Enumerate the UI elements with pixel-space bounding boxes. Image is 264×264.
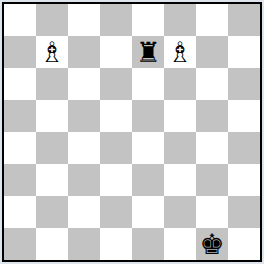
- white-bishop-f7: ♗: [167, 37, 192, 68]
- square-d1[interactable]: [100, 228, 132, 260]
- square-e2[interactable]: [132, 196, 164, 228]
- square-c6[interactable]: [68, 68, 100, 100]
- square-b1[interactable]: [36, 228, 68, 260]
- square-g8[interactable]: [196, 4, 228, 36]
- square-b3[interactable]: [36, 164, 68, 196]
- square-e8[interactable]: [132, 4, 164, 36]
- square-h4[interactable]: [228, 132, 260, 164]
- square-g5[interactable]: [196, 100, 228, 132]
- square-g2[interactable]: [196, 196, 228, 228]
- square-g7[interactable]: [196, 36, 228, 68]
- square-b5[interactable]: [36, 100, 68, 132]
- square-h8[interactable]: [228, 4, 260, 36]
- square-c8[interactable]: [68, 4, 100, 36]
- chess-diagram-frame: ♗♜♗♚: [0, 0, 264, 264]
- square-e5[interactable]: [132, 100, 164, 132]
- square-f5[interactable]: [164, 100, 196, 132]
- square-g3[interactable]: [196, 164, 228, 196]
- square-a4[interactable]: [4, 132, 36, 164]
- square-g4[interactable]: [196, 132, 228, 164]
- square-c7[interactable]: [68, 36, 100, 68]
- square-c1[interactable]: [68, 228, 100, 260]
- square-f7[interactable]: ♗: [164, 36, 196, 68]
- black-king-g1: ♚: [199, 229, 224, 260]
- square-f6[interactable]: [164, 68, 196, 100]
- black-rook-e7: ♜: [135, 37, 160, 68]
- square-d8[interactable]: [100, 4, 132, 36]
- square-d7[interactable]: [100, 36, 132, 68]
- square-h1[interactable]: [228, 228, 260, 260]
- square-e7[interactable]: ♜: [132, 36, 164, 68]
- square-e3[interactable]: [132, 164, 164, 196]
- square-g1[interactable]: ♚: [196, 228, 228, 260]
- square-a6[interactable]: [4, 68, 36, 100]
- chess-board: ♗♜♗♚: [4, 4, 260, 260]
- square-h3[interactable]: [228, 164, 260, 196]
- square-a7[interactable]: [4, 36, 36, 68]
- square-h6[interactable]: [228, 68, 260, 100]
- white-bishop-b7: ♗: [39, 37, 64, 68]
- square-a1[interactable]: [4, 228, 36, 260]
- square-c3[interactable]: [68, 164, 100, 196]
- square-f4[interactable]: [164, 132, 196, 164]
- square-h7[interactable]: [228, 36, 260, 68]
- square-f1[interactable]: [164, 228, 196, 260]
- square-h2[interactable]: [228, 196, 260, 228]
- square-a8[interactable]: [4, 4, 36, 36]
- chess-board-border: ♗♜♗♚: [2, 2, 262, 262]
- square-d3[interactable]: [100, 164, 132, 196]
- square-c2[interactable]: [68, 196, 100, 228]
- square-h5[interactable]: [228, 100, 260, 132]
- square-e4[interactable]: [132, 132, 164, 164]
- square-f2[interactable]: [164, 196, 196, 228]
- square-f3[interactable]: [164, 164, 196, 196]
- square-a3[interactable]: [4, 164, 36, 196]
- square-c4[interactable]: [68, 132, 100, 164]
- square-b2[interactable]: [36, 196, 68, 228]
- square-d5[interactable]: [100, 100, 132, 132]
- square-a2[interactable]: [4, 196, 36, 228]
- square-d2[interactable]: [100, 196, 132, 228]
- square-e1[interactable]: [132, 228, 164, 260]
- square-b7[interactable]: ♗: [36, 36, 68, 68]
- square-b4[interactable]: [36, 132, 68, 164]
- square-d4[interactable]: [100, 132, 132, 164]
- square-d6[interactable]: [100, 68, 132, 100]
- square-b6[interactable]: [36, 68, 68, 100]
- square-e6[interactable]: [132, 68, 164, 100]
- square-a5[interactable]: [4, 100, 36, 132]
- square-f8[interactable]: [164, 4, 196, 36]
- square-b8[interactable]: [36, 4, 68, 36]
- square-g6[interactable]: [196, 68, 228, 100]
- square-c5[interactable]: [68, 100, 100, 132]
